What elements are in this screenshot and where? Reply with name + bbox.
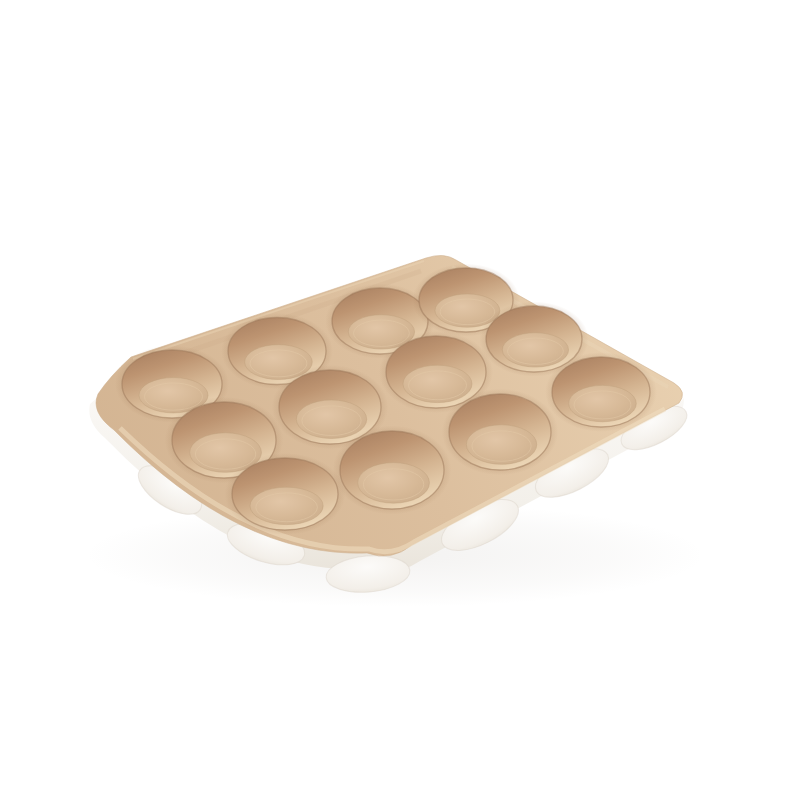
muffin-pan-photo: [0, 0, 800, 800]
muffin-cup-r3c4: [545, 352, 657, 432]
muffin-cup-r3c2: [333, 426, 452, 515]
muffin-cup-r3c1: [225, 453, 346, 535]
product-photo: [0, 0, 800, 800]
muffin-cup-r3c3: [442, 389, 558, 476]
